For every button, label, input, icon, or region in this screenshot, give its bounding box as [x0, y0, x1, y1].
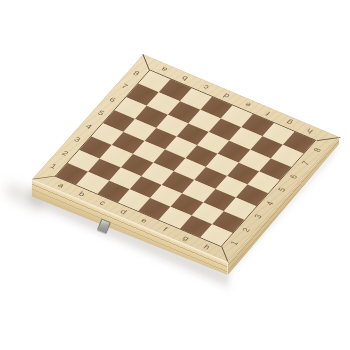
corner-miter-line — [316, 137, 339, 141]
product-photo: aa88bb77cc66dd55ee44ff33gg22hh11 — [0, 0, 350, 350]
corner-miter-line — [32, 176, 55, 180]
corner-miter-line — [221, 246, 228, 262]
chessboard: aa88bb77cc66dd55ee44ff33gg22hh11 — [32, 54, 340, 262]
corner-miter-line — [142, 54, 149, 70]
